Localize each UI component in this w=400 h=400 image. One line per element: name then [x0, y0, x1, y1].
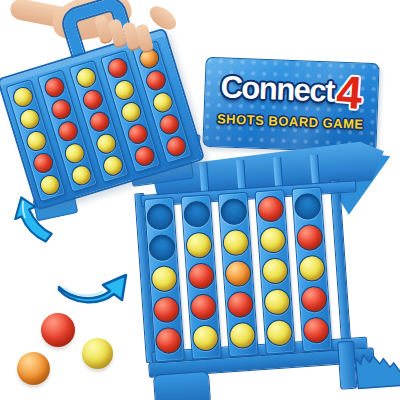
ball-yellow: [70, 164, 92, 186]
main-unit-columns: [144, 187, 333, 363]
ball-red: [191, 294, 217, 320]
product-photo-scene: Connect 4 SHOTS BOARD GAME: [0, 0, 400, 400]
hole: [259, 226, 287, 254]
ball-column: [181, 194, 222, 360]
hole: [189, 293, 217, 321]
ball-yellow: [264, 289, 290, 315]
hole: [93, 131, 118, 156]
ball-yellow: [230, 323, 256, 349]
ball-red: [126, 123, 148, 145]
hole: [100, 153, 125, 178]
ball-red: [144, 69, 166, 91]
ball-yellow: [193, 325, 219, 351]
hole: [185, 231, 213, 259]
right-serrated-foot: [349, 343, 400, 391]
hole: [222, 229, 250, 257]
ball-red: [301, 286, 327, 312]
hole: [111, 78, 136, 103]
ball-red: [258, 196, 284, 222]
hole: [156, 112, 181, 137]
ball-red: [50, 98, 72, 120]
ball-red: [31, 152, 53, 174]
ball-yellow: [113, 79, 135, 101]
ball-red: [56, 120, 78, 142]
hole: [224, 260, 252, 288]
ball-yellow: [95, 133, 117, 155]
hole: [263, 288, 291, 316]
hole: [118, 100, 143, 125]
ball-yellow: [101, 155, 123, 177]
hole: [87, 109, 112, 134]
hole: [42, 75, 67, 100]
ball-yellow: [18, 108, 40, 130]
ball-red: [43, 76, 65, 98]
banner-title: Connect 4: [205, 71, 378, 117]
hole: [300, 285, 328, 313]
hole: [302, 316, 330, 344]
hole: [296, 224, 324, 252]
hole: [229, 321, 257, 349]
ball-yellow: [63, 142, 85, 164]
hole: [298, 254, 326, 282]
tray-divider: [273, 157, 283, 187]
tray-divider: [310, 155, 320, 185]
ball-red: [133, 145, 155, 167]
loose-ball-red: [41, 313, 75, 347]
ball-orange: [225, 261, 251, 287]
ball-yellow: [186, 232, 212, 258]
hole: [105, 56, 130, 81]
ball-red: [303, 317, 329, 343]
hole: [10, 85, 35, 110]
hole: [265, 319, 293, 347]
ball-yellow: [151, 266, 177, 292]
hole: [150, 265, 178, 293]
ball-yellow: [267, 320, 293, 346]
hole: [80, 87, 105, 112]
ball-column: [291, 187, 332, 353]
hole: [48, 97, 73, 122]
loose-ball-yellow: [82, 338, 113, 369]
ball-red: [156, 328, 182, 354]
ball-yellow: [25, 130, 47, 152]
ball-red: [188, 263, 214, 289]
hole: [62, 141, 87, 166]
ball-yellow: [11, 86, 33, 108]
hole: [192, 324, 220, 352]
banner-text: Connect 4 SHOTS BOARD GAME: [204, 71, 378, 133]
empty-hole: [294, 193, 322, 221]
ball-yellow: [151, 91, 173, 113]
ball-yellow: [74, 67, 96, 89]
empty-hole: [183, 200, 211, 228]
loose-ball-orange: [17, 352, 50, 385]
ball-column: [217, 192, 258, 358]
hole: [73, 65, 98, 90]
hole: [163, 134, 188, 159]
hole: [150, 90, 175, 115]
hole: [187, 262, 215, 290]
hole: [132, 144, 157, 169]
ball-red: [164, 135, 186, 157]
hole: [261, 257, 289, 285]
curved-arrow-up-left-icon: [4, 190, 56, 248]
hole: [17, 107, 42, 132]
empty-hole: [148, 234, 176, 262]
banner-title-connect: Connect: [220, 71, 335, 106]
ball-yellow: [119, 101, 141, 123]
ball-yellow: [262, 258, 288, 284]
ball-red: [154, 297, 180, 323]
hole: [143, 68, 168, 93]
ball-yellow: [260, 227, 286, 253]
hole: [69, 163, 94, 188]
hole: [125, 122, 150, 147]
ball-red: [106, 57, 128, 79]
ball-red: [81, 89, 103, 111]
ball-yellow: [299, 256, 325, 282]
ball-column: [254, 189, 295, 355]
empty-hole: [220, 198, 248, 226]
hole: [55, 119, 80, 144]
ball-red: [158, 113, 180, 135]
left-foot: [153, 371, 211, 400]
hole: [24, 129, 49, 154]
hole: [153, 296, 181, 324]
ball-red: [88, 111, 110, 133]
ball-yellow: [223, 230, 249, 256]
hole: [257, 195, 285, 223]
ball-red: [297, 225, 323, 251]
hole: [226, 291, 254, 319]
ball-red: [227, 292, 253, 318]
tray-divider: [236, 160, 246, 190]
hole: [155, 327, 183, 355]
banner-title-four: 4: [335, 68, 364, 116]
curved-arrow-right-icon: [56, 260, 130, 306]
hole: [30, 151, 55, 176]
